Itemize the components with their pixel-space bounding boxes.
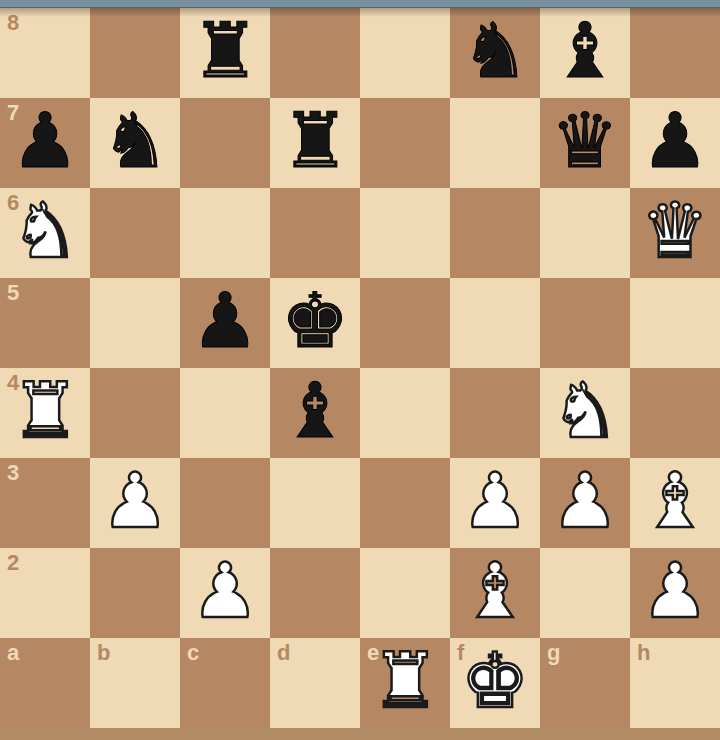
white-knight-icon[interactable]: ♞	[551, 366, 619, 456]
file-label-h: h	[637, 641, 650, 665]
square-g8[interactable]: ♝	[540, 8, 630, 98]
white-pawn-icon[interactable]: ♟	[461, 456, 529, 546]
square-b6[interactable]	[90, 188, 180, 278]
square-e1[interactable]: e♜	[360, 638, 450, 728]
white-king-icon[interactable]: ♚	[461, 636, 529, 726]
black-pawn-icon[interactable]: ♟	[641, 96, 709, 186]
rank-label-3: 3	[7, 461, 19, 485]
square-b2[interactable]	[90, 548, 180, 638]
file-label-c: c	[187, 641, 199, 665]
square-b3[interactable]: ♟	[90, 458, 180, 548]
rank-label-4: 4	[7, 371, 19, 395]
white-pawn-icon[interactable]: ♟	[641, 546, 709, 636]
black-bishop-icon[interactable]: ♝	[551, 6, 619, 96]
black-king-icon[interactable]: ♚	[281, 276, 349, 366]
square-f5[interactable]	[450, 278, 540, 368]
chess-board: 8♜♞♝7♟♞♜♛♟6♞♛5♟♚4♜♝♞3♟♟♟♝2♟♝♟abcde♜f♚gh	[0, 8, 720, 728]
square-b4[interactable]	[90, 368, 180, 458]
file-label-e: e	[367, 641, 379, 665]
square-c1[interactable]: c	[180, 638, 270, 728]
white-bishop-icon[interactable]: ♝	[641, 456, 709, 546]
square-a1[interactable]: a	[0, 638, 90, 728]
square-f1[interactable]: f♚	[450, 638, 540, 728]
file-label-d: d	[277, 641, 290, 665]
square-a8[interactable]: 8	[0, 8, 90, 98]
white-knight-icon[interactable]: ♞	[11, 186, 79, 276]
square-d7[interactable]: ♜	[270, 98, 360, 188]
square-h3[interactable]: ♝	[630, 458, 720, 548]
square-h5[interactable]	[630, 278, 720, 368]
black-pawn-icon[interactable]: ♟	[11, 96, 79, 186]
black-knight-icon[interactable]: ♞	[461, 6, 529, 96]
black-knight-icon[interactable]: ♞	[101, 96, 169, 186]
square-f2[interactable]: ♝	[450, 548, 540, 638]
black-queen-icon[interactable]: ♛	[551, 96, 619, 186]
white-rook-icon[interactable]: ♜	[11, 366, 79, 456]
square-d3[interactable]	[270, 458, 360, 548]
square-h7[interactable]: ♟	[630, 98, 720, 188]
black-rook-icon[interactable]: ♜	[281, 96, 349, 186]
square-a3[interactable]: 3	[0, 458, 90, 548]
square-e5[interactable]	[360, 278, 450, 368]
square-a5[interactable]: 5	[0, 278, 90, 368]
square-a7[interactable]: 7♟	[0, 98, 90, 188]
square-e8[interactable]	[360, 8, 450, 98]
white-pawn-icon[interactable]: ♟	[551, 456, 619, 546]
square-h2[interactable]: ♟	[630, 548, 720, 638]
square-g5[interactable]	[540, 278, 630, 368]
rank-label-6: 6	[7, 191, 19, 215]
square-h1[interactable]: h	[630, 638, 720, 728]
rank-label-7: 7	[7, 101, 19, 125]
file-label-b: b	[97, 641, 110, 665]
square-a6[interactable]: 6♞	[0, 188, 90, 278]
white-pawn-icon[interactable]: ♟	[101, 456, 169, 546]
square-h8[interactable]	[630, 8, 720, 98]
square-g7[interactable]: ♛	[540, 98, 630, 188]
file-label-g: g	[547, 641, 560, 665]
square-c5[interactable]: ♟	[180, 278, 270, 368]
square-f8[interactable]: ♞	[450, 8, 540, 98]
square-d2[interactable]	[270, 548, 360, 638]
file-label-f: f	[457, 641, 464, 665]
square-e7[interactable]	[360, 98, 450, 188]
square-b5[interactable]	[90, 278, 180, 368]
square-a2[interactable]: 2	[0, 548, 90, 638]
square-g1[interactable]: g	[540, 638, 630, 728]
white-queen-icon[interactable]: ♛	[641, 186, 709, 276]
square-c8[interactable]: ♜	[180, 8, 270, 98]
square-d4[interactable]: ♝	[270, 368, 360, 458]
square-b8[interactable]	[90, 8, 180, 98]
square-g3[interactable]: ♟	[540, 458, 630, 548]
rank-label-5: 5	[7, 281, 19, 305]
square-f7[interactable]	[450, 98, 540, 188]
square-c7[interactable]	[180, 98, 270, 188]
square-g6[interactable]	[540, 188, 630, 278]
rank-label-2: 2	[7, 551, 19, 575]
square-g4[interactable]: ♞	[540, 368, 630, 458]
square-b1[interactable]: b	[90, 638, 180, 728]
square-f6[interactable]	[450, 188, 540, 278]
square-h4[interactable]	[630, 368, 720, 458]
square-d5[interactable]: ♚	[270, 278, 360, 368]
square-f3[interactable]: ♟	[450, 458, 540, 548]
black-pawn-icon[interactable]: ♟	[191, 276, 259, 366]
white-bishop-icon[interactable]: ♝	[461, 546, 529, 636]
file-label-a: a	[7, 641, 19, 665]
square-g2[interactable]	[540, 548, 630, 638]
square-h6[interactable]: ♛	[630, 188, 720, 278]
black-bishop-icon[interactable]: ♝	[281, 366, 349, 456]
white-pawn-icon[interactable]: ♟	[191, 546, 259, 636]
square-a4[interactable]: 4♜	[0, 368, 90, 458]
square-d1[interactable]: d	[270, 638, 360, 728]
square-c4[interactable]	[180, 368, 270, 458]
square-e2[interactable]	[360, 548, 450, 638]
square-e3[interactable]	[360, 458, 450, 548]
rank-label-8: 8	[7, 11, 19, 35]
square-d8[interactable]	[270, 8, 360, 98]
square-e4[interactable]	[360, 368, 450, 458]
square-f4[interactable]	[450, 368, 540, 458]
square-b7[interactable]: ♞	[90, 98, 180, 188]
square-e6[interactable]	[360, 188, 450, 278]
app-screen: 8♜♞♝7♟♞♜♛♟6♞♛5♟♚4♜♝♞3♟♟♟♝2♟♝♟abcde♜f♚gh	[0, 0, 720, 740]
black-rook-icon[interactable]: ♜	[191, 6, 259, 96]
square-c3[interactable]	[180, 458, 270, 548]
bottom-strip	[0, 728, 720, 740]
square-c2[interactable]: ♟	[180, 548, 270, 638]
white-rook-icon[interactable]: ♜	[371, 636, 439, 726]
square-d6[interactable]	[270, 188, 360, 278]
square-c6[interactable]	[180, 188, 270, 278]
